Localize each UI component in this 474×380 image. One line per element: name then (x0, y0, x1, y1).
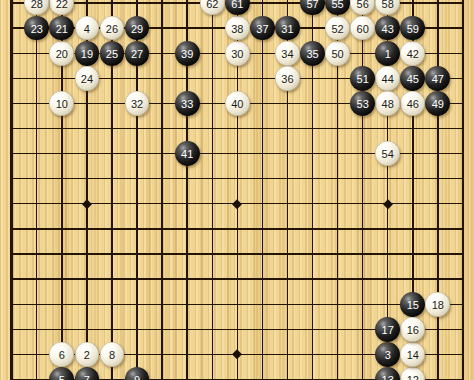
move-number: 7 (84, 374, 90, 380)
stone-black-39[interactable]: 39 (175, 41, 200, 66)
stone-black-25[interactable]: 25 (100, 41, 125, 66)
move-number: 55 (331, 0, 343, 9)
move-number: 19 (81, 48, 93, 59)
move-number: 39 (181, 48, 193, 59)
move-number: 59 (407, 23, 419, 34)
grid-hline (10, 304, 464, 305)
move-number: 48 (382, 98, 394, 109)
star-point (233, 199, 242, 208)
move-number: 53 (357, 98, 369, 109)
move-number: 10 (56, 98, 68, 109)
stone-black-7[interactable]: 7 (75, 367, 100, 380)
move-number: 57 (306, 0, 318, 9)
move-number: 31 (281, 23, 293, 34)
stone-black-5[interactable]: 5 (49, 367, 74, 380)
stone-black-3[interactable]: 3 (375, 342, 400, 367)
stone-black-59[interactable]: 59 (400, 16, 425, 41)
stone-white-24[interactable]: 24 (75, 66, 100, 91)
stone-white-20[interactable]: 20 (49, 41, 74, 66)
stone-white-40[interactable]: 40 (225, 91, 250, 116)
stone-white-52[interactable]: 52 (325, 16, 350, 41)
move-number: 8 (109, 349, 115, 360)
move-number: 54 (382, 149, 394, 160)
move-number: 44 (382, 73, 394, 84)
move-number: 28 (31, 0, 43, 9)
move-number: 35 (306, 48, 318, 59)
stone-white-8[interactable]: 8 (100, 342, 125, 367)
move-number: 52 (331, 23, 343, 34)
stone-black-1[interactable]: 1 (375, 41, 400, 66)
stone-black-53[interactable]: 53 (350, 91, 375, 116)
move-number: 23 (31, 23, 43, 34)
move-number: 51 (357, 73, 369, 84)
move-number: 60 (357, 23, 369, 34)
stone-white-46[interactable]: 46 (400, 91, 425, 116)
stone-white-44[interactable]: 44 (375, 66, 400, 91)
move-number: 30 (231, 48, 243, 59)
star-point (383, 199, 392, 208)
move-number: 32 (131, 98, 143, 109)
move-number: 47 (432, 73, 444, 84)
stone-black-9[interactable]: 9 (125, 367, 150, 380)
stone-black-43[interactable]: 43 (375, 16, 400, 41)
grid-vline (36, 0, 37, 380)
stone-black-13[interactable]: 13 (375, 367, 400, 380)
grid-vline (161, 0, 162, 380)
stone-white-10[interactable]: 10 (49, 91, 74, 116)
stone-white-36[interactable]: 36 (275, 66, 300, 91)
move-number: 4 (84, 23, 90, 34)
stone-white-4[interactable]: 4 (75, 16, 100, 41)
stone-black-55[interactable]: 55 (325, 0, 350, 15)
move-number: 14 (407, 349, 419, 360)
stone-black-27[interactable]: 27 (125, 41, 150, 66)
grid-vline (362, 0, 363, 380)
stone-black-15[interactable]: 15 (400, 292, 425, 317)
stone-white-12[interactable]: 12 (400, 367, 425, 380)
stone-black-19[interactable]: 19 (75, 41, 100, 66)
stone-white-56[interactable]: 56 (350, 0, 375, 15)
star-point (233, 350, 242, 359)
move-number: 46 (407, 98, 419, 109)
stone-black-35[interactable]: 35 (300, 41, 325, 66)
move-number: 29 (131, 23, 143, 34)
move-number: 17 (382, 324, 394, 335)
stone-white-16[interactable]: 16 (400, 317, 425, 342)
move-number: 45 (407, 73, 419, 84)
move-number: 37 (256, 23, 268, 34)
grid-hline (10, 228, 464, 229)
stone-white-62[interactable]: 62 (200, 0, 225, 15)
move-number: 3 (385, 349, 391, 360)
grid-vline (462, 0, 465, 380)
stone-black-21[interactable]: 21 (49, 16, 74, 41)
stone-black-51[interactable]: 51 (350, 66, 375, 91)
move-number: 58 (382, 0, 394, 9)
move-number: 1 (385, 48, 391, 59)
stone-black-61[interactable]: 61 (225, 0, 250, 15)
stone-white-48[interactable]: 48 (375, 91, 400, 116)
move-number: 6 (59, 349, 65, 360)
stone-white-54[interactable]: 54 (375, 141, 400, 166)
move-number: 15 (407, 299, 419, 310)
move-number: 41 (181, 149, 193, 160)
move-number: 12 (407, 374, 419, 380)
go-board[interactable]: 1234567891012131415161718192021222324252… (0, 0, 474, 380)
stone-black-23[interactable]: 23 (24, 16, 49, 41)
stone-white-28[interactable]: 28 (24, 0, 49, 15)
move-number: 26 (106, 23, 118, 34)
star-point (82, 199, 91, 208)
move-number: 27 (131, 48, 143, 59)
stone-white-18[interactable]: 18 (425, 292, 450, 317)
stone-white-6[interactable]: 6 (49, 342, 74, 367)
stone-black-33[interactable]: 33 (175, 91, 200, 116)
stone-black-49[interactable]: 49 (425, 91, 450, 116)
move-number: 49 (432, 98, 444, 109)
grid-vline (437, 0, 438, 380)
move-number: 43 (382, 23, 394, 34)
stone-white-30[interactable]: 30 (225, 41, 250, 66)
move-number: 33 (181, 98, 193, 109)
stone-white-60[interactable]: 60 (350, 16, 375, 41)
move-number: 62 (206, 0, 218, 9)
move-number: 42 (407, 48, 419, 59)
grid-hline (10, 178, 464, 179)
move-number: 18 (432, 299, 444, 310)
grid-hline (10, 128, 464, 129)
stone-black-31[interactable]: 31 (275, 16, 300, 41)
grid-hline (10, 253, 464, 254)
move-number: 38 (231, 23, 243, 34)
move-number: 2 (84, 349, 90, 360)
move-number: 20 (56, 48, 68, 59)
stone-white-58[interactable]: 58 (375, 0, 400, 15)
stone-white-14[interactable]: 14 (400, 342, 425, 367)
stone-black-45[interactable]: 45 (400, 66, 425, 91)
move-number: 50 (331, 48, 343, 59)
move-number: 16 (407, 324, 419, 335)
stone-white-2[interactable]: 2 (75, 342, 100, 367)
stone-black-17[interactable]: 17 (375, 317, 400, 342)
move-number: 36 (281, 73, 293, 84)
stone-black-57[interactable]: 57 (300, 0, 325, 15)
move-number: 5 (59, 374, 65, 380)
stone-white-32[interactable]: 32 (125, 91, 150, 116)
stone-black-47[interactable]: 47 (425, 66, 450, 91)
move-number: 21 (56, 23, 68, 34)
stone-black-37[interactable]: 37 (250, 16, 275, 41)
stone-black-29[interactable]: 29 (125, 16, 150, 41)
grid-vline (10, 0, 13, 380)
grid-hline (10, 278, 464, 279)
move-number: 9 (134, 374, 140, 380)
move-number: 34 (281, 48, 293, 59)
stone-white-26[interactable]: 26 (100, 16, 125, 41)
move-number: 40 (231, 98, 243, 109)
grid-vline (212, 0, 213, 380)
move-number: 24 (81, 73, 93, 84)
stone-white-38[interactable]: 38 (225, 16, 250, 41)
grid-vline (262, 0, 263, 380)
stone-black-41[interactable]: 41 (175, 141, 200, 166)
move-number: 22 (56, 0, 68, 9)
move-number: 25 (106, 48, 118, 59)
stone-white-42[interactable]: 42 (400, 41, 425, 66)
stone-white-50[interactable]: 50 (325, 41, 350, 66)
screenshot-stage: 1234567891012131415161718192021222324252… (0, 0, 474, 380)
move-number: 56 (357, 0, 369, 9)
move-number: 61 (231, 0, 243, 9)
stone-white-34[interactable]: 34 (275, 41, 300, 66)
stone-white-22[interactable]: 22 (49, 0, 74, 15)
move-number: 13 (382, 374, 394, 380)
